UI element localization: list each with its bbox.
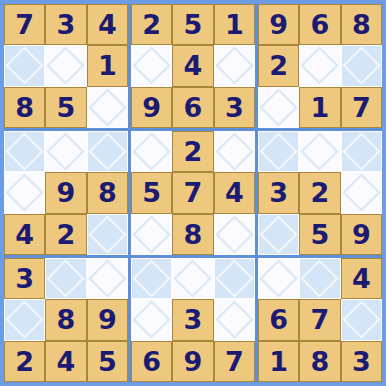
diamond-icon xyxy=(6,174,44,212)
diamond-icon xyxy=(133,260,171,298)
cell-r8c3: 9 xyxy=(87,299,128,340)
cell-digit: 4 xyxy=(184,52,203,79)
cell-r6c1: 4 xyxy=(4,214,45,255)
cell-r4c5: 2 xyxy=(172,131,213,172)
cell-r3c4: 9 xyxy=(131,87,172,128)
box-r3c2: 3697 xyxy=(131,258,255,382)
cell-r1c6: 1 xyxy=(214,4,255,45)
diamond-icon xyxy=(88,215,126,253)
cell-digit: 1 xyxy=(311,94,330,121)
cell-r7c3[interactable] xyxy=(87,258,128,299)
cell-r3c1: 8 xyxy=(4,87,45,128)
cell-r1c3: 4 xyxy=(87,4,128,45)
cell-digit: 4 xyxy=(57,348,76,375)
cell-digit: 7 xyxy=(225,348,244,375)
cell-r4c3[interactable] xyxy=(87,131,128,172)
cell-r8c4[interactable] xyxy=(131,299,172,340)
cell-r4c8[interactable] xyxy=(299,131,340,172)
diamond-icon xyxy=(47,47,85,85)
cell-r9c3: 5 xyxy=(87,341,128,382)
cell-r7c9: 4 xyxy=(341,258,382,299)
cell-r6c4[interactable] xyxy=(131,214,172,255)
cell-digit: 3 xyxy=(269,179,288,206)
cell-r5c3: 8 xyxy=(87,172,128,213)
cell-r5c9[interactable] xyxy=(341,172,382,213)
box-r2c3: 3259 xyxy=(258,131,382,255)
cell-digit: 2 xyxy=(311,179,330,206)
cell-digit: 3 xyxy=(15,265,34,292)
cell-digit: 3 xyxy=(57,11,76,38)
cell-r7c7[interactable] xyxy=(258,258,299,299)
cell-digit: 8 xyxy=(98,179,117,206)
cell-digit: 9 xyxy=(98,306,117,333)
cell-digit: 9 xyxy=(142,94,161,121)
cell-r6c2: 2 xyxy=(45,214,86,255)
cell-r9c2: 4 xyxy=(45,341,86,382)
cell-digit: 2 xyxy=(142,11,161,38)
cell-digit: 6 xyxy=(184,94,203,121)
diamond-icon xyxy=(215,301,253,339)
cell-digit: 4 xyxy=(352,265,371,292)
cell-r7c2[interactable] xyxy=(45,258,86,299)
cell-r1c5: 5 xyxy=(172,4,213,45)
cell-r7c4[interactable] xyxy=(131,258,172,299)
cell-digit: 8 xyxy=(57,306,76,333)
diamond-icon xyxy=(88,260,126,298)
cell-r4c2[interactable] xyxy=(45,131,86,172)
cell-r3c9: 7 xyxy=(341,87,382,128)
diamond-icon xyxy=(301,260,339,298)
cell-digit: 6 xyxy=(269,306,288,333)
diamond-icon xyxy=(215,260,253,298)
cell-digit: 3 xyxy=(225,94,244,121)
cell-r5c1[interactable] xyxy=(4,172,45,213)
cell-r1c4: 2 xyxy=(131,4,172,45)
diamond-icon xyxy=(47,133,85,171)
cell-digit: 4 xyxy=(98,11,117,38)
cell-r7c6[interactable] xyxy=(214,258,255,299)
diamond-icon xyxy=(133,47,171,85)
diamond-icon xyxy=(6,47,44,85)
cell-r3c2: 5 xyxy=(45,87,86,128)
diamond-icon xyxy=(301,133,339,171)
cell-digit: 1 xyxy=(269,348,288,375)
cell-digit: 5 xyxy=(98,348,117,375)
cell-r7c8[interactable] xyxy=(299,258,340,299)
cell-digit: 8 xyxy=(352,11,371,38)
cell-digit: 9 xyxy=(57,179,76,206)
diamond-icon xyxy=(174,260,212,298)
cell-r7c1: 3 xyxy=(4,258,45,299)
diamond-icon xyxy=(342,301,380,339)
cell-digit: 6 xyxy=(142,348,161,375)
diamond-icon xyxy=(260,215,298,253)
cell-r3c7[interactable] xyxy=(258,87,299,128)
cell-r2c8[interactable] xyxy=(299,45,340,86)
diamond-icon xyxy=(215,47,253,85)
box-r2c1: 9842 xyxy=(4,131,128,255)
cell-r2c2[interactable] xyxy=(45,45,86,86)
cell-r9c4: 6 xyxy=(131,341,172,382)
cell-r8c6[interactable] xyxy=(214,299,255,340)
box-r1c2: 2514963 xyxy=(131,4,255,128)
cell-digit: 9 xyxy=(184,348,203,375)
cell-r4c6[interactable] xyxy=(214,131,255,172)
cell-r8c5: 3 xyxy=(172,299,213,340)
cell-digit: 4 xyxy=(225,179,244,206)
cell-r4c1[interactable] xyxy=(4,131,45,172)
cell-digit: 3 xyxy=(184,306,203,333)
cell-digit: 8 xyxy=(15,94,34,121)
cell-digit: 1 xyxy=(98,52,117,79)
cell-r9c9: 3 xyxy=(341,341,382,382)
cell-digit: 5 xyxy=(57,94,76,121)
cell-r6c5: 8 xyxy=(172,214,213,255)
diamond-icon xyxy=(342,133,380,171)
diamond-icon xyxy=(133,215,171,253)
cell-r6c3[interactable] xyxy=(87,214,128,255)
cell-r4c4[interactable] xyxy=(131,131,172,172)
cell-r1c7: 9 xyxy=(258,4,299,45)
cell-r3c5: 6 xyxy=(172,87,213,128)
cell-digit: 5 xyxy=(311,221,330,248)
cell-digit: 5 xyxy=(142,179,161,206)
cell-r7c5[interactable] xyxy=(172,258,213,299)
cell-digit: 8 xyxy=(311,348,330,375)
box-r1c3: 968217 xyxy=(258,4,382,128)
cell-digit: 7 xyxy=(311,306,330,333)
cell-r8c8: 7 xyxy=(299,299,340,340)
cell-r2c9[interactable] xyxy=(341,45,382,86)
cell-r2c6[interactable] xyxy=(214,45,255,86)
diamond-icon xyxy=(133,301,171,339)
diamond-icon xyxy=(47,260,85,298)
cell-digit: 5 xyxy=(184,11,203,38)
cell-r5c4: 5 xyxy=(131,172,172,213)
box-r1c1: 734185 xyxy=(4,4,128,128)
diamond-icon xyxy=(342,47,380,85)
cell-digit: 2 xyxy=(269,52,288,79)
diamond-icon xyxy=(260,260,298,298)
diamond-icon xyxy=(6,133,44,171)
cell-r3c3[interactable] xyxy=(87,87,128,128)
cell-r6c8: 5 xyxy=(299,214,340,255)
box-r2c2: 25748 xyxy=(131,131,255,255)
diamond-icon xyxy=(88,88,126,126)
diamond-icon xyxy=(260,133,298,171)
diamond-icon xyxy=(342,174,380,212)
cell-r5c6: 4 xyxy=(214,172,255,213)
box-r3c3: 467183 xyxy=(258,258,382,382)
cell-r2c5: 4 xyxy=(172,45,213,86)
cell-digit: 6 xyxy=(311,11,330,38)
cell-r9c8: 8 xyxy=(299,341,340,382)
diamond-icon xyxy=(133,133,171,171)
cell-r8c9[interactable] xyxy=(341,299,382,340)
cell-r6c6[interactable] xyxy=(214,214,255,255)
cell-r9c7: 1 xyxy=(258,341,299,382)
cell-digit: 4 xyxy=(15,221,34,248)
cell-r1c9: 8 xyxy=(341,4,382,45)
box-r3c1: 389245 xyxy=(4,258,128,382)
cell-digit: 9 xyxy=(352,221,371,248)
cell-r1c8: 6 xyxy=(299,4,340,45)
cell-digit: 8 xyxy=(184,221,203,248)
cell-digit: 9 xyxy=(269,11,288,38)
cell-r6c9: 9 xyxy=(341,214,382,255)
cell-r8c1[interactable] xyxy=(4,299,45,340)
cell-digit: 7 xyxy=(15,11,34,38)
diamond-icon xyxy=(260,88,298,126)
cell-digit: 2 xyxy=(57,221,76,248)
cell-r4c9[interactable] xyxy=(341,131,382,172)
cell-r2c1[interactable] xyxy=(4,45,45,86)
cell-digit: 7 xyxy=(184,179,203,206)
cell-r5c5: 7 xyxy=(172,172,213,213)
cell-r6c7[interactable] xyxy=(258,214,299,255)
diamond-icon xyxy=(215,215,253,253)
cell-r4c7[interactable] xyxy=(258,131,299,172)
cell-r1c1: 7 xyxy=(4,4,45,45)
diamond-icon xyxy=(301,47,339,85)
cell-r5c8: 2 xyxy=(299,172,340,213)
cell-r2c7: 2 xyxy=(258,45,299,86)
cell-r9c1: 2 xyxy=(4,341,45,382)
cell-r8c7: 6 xyxy=(258,299,299,340)
sudoku-board: 7341852514963968217984225748325938924536… xyxy=(0,0,386,386)
cell-r2c4[interactable] xyxy=(131,45,172,86)
cell-r3c8: 1 xyxy=(299,87,340,128)
cell-digit: 1 xyxy=(225,11,244,38)
cell-r3c6: 3 xyxy=(214,87,255,128)
diamond-icon xyxy=(215,133,253,171)
cell-r2c3: 1 xyxy=(87,45,128,86)
cell-digit: 2 xyxy=(184,138,203,165)
cell-r8c2: 8 xyxy=(45,299,86,340)
diamond-icon xyxy=(6,301,44,339)
diamond-icon xyxy=(88,133,126,171)
cell-digit: 3 xyxy=(352,348,371,375)
cell-r9c6: 7 xyxy=(214,341,255,382)
cell-digit: 2 xyxy=(15,348,34,375)
cell-r5c7: 3 xyxy=(258,172,299,213)
cell-r1c2: 3 xyxy=(45,4,86,45)
cell-r9c5: 9 xyxy=(172,341,213,382)
cell-r5c2: 9 xyxy=(45,172,86,213)
cell-digit: 7 xyxy=(352,94,371,121)
